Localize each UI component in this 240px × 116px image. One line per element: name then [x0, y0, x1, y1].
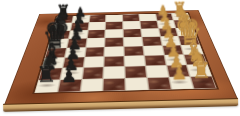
square-c5[interactable] [104, 56, 125, 67]
piece-black-pawn-a7[interactable]: ♟ [60, 67, 76, 85]
piece-black-rook-a8[interactable]: ♜ [36, 64, 56, 86]
square-a4[interactable] [125, 77, 148, 90]
piece-white-pawn-a2[interactable]: ♟ [171, 64, 187, 82]
square-b5[interactable] [103, 67, 125, 79]
board-tilt-wrapper: ♜♟♟♜♞♟♟♞♝♟♟♝♚♟♟♚♛♟♟♛♝♟♟♝♞♟♟♞♜♟♟♜ [0, 0, 240, 116]
square-c6[interactable] [83, 56, 104, 67]
square-b6[interactable] [82, 67, 104, 79]
square-a6[interactable] [80, 79, 103, 92]
square-a3[interactable] [147, 77, 171, 90]
piece-white-rook-a1[interactable]: ♜ [192, 60, 212, 82]
square-d4[interactable] [124, 46, 144, 56]
chess-set-photo: ♜♟♟♜♞♟♟♞♝♟♟♝♚♟♟♚♛♟♟♛♝♟♟♝♞♟♟♞♜♟♟♜ [0, 0, 240, 116]
square-c3[interactable] [144, 55, 166, 66]
square-d3[interactable] [143, 45, 164, 55]
square-d5[interactable] [104, 46, 124, 56]
square-b3[interactable] [145, 65, 168, 77]
square-d6[interactable] [84, 47, 104, 57]
square-a5[interactable] [103, 78, 126, 91]
square-b4[interactable] [125, 66, 147, 78]
square-c4[interactable] [124, 55, 145, 66]
